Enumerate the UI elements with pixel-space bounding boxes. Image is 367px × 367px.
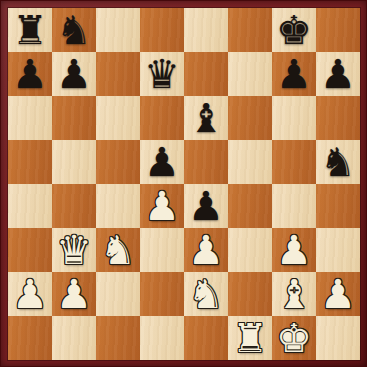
square-h5[interactable]: ♞	[316, 140, 360, 184]
piece-black-queen: ♛	[144, 52, 180, 96]
square-c3[interactable]: ♞	[96, 228, 140, 272]
piece-white-pawn: ♟	[276, 228, 312, 272]
square-d2[interactable]	[140, 272, 184, 316]
square-g7[interactable]: ♟	[272, 52, 316, 96]
square-h2[interactable]: ♟	[316, 272, 360, 316]
square-g6[interactable]	[272, 96, 316, 140]
piece-white-queen: ♛	[56, 228, 92, 272]
square-f3[interactable]	[228, 228, 272, 272]
square-f1[interactable]: ♜	[228, 316, 272, 360]
piece-black-knight: ♞	[56, 8, 92, 52]
piece-white-knight: ♞	[100, 228, 136, 272]
square-e7[interactable]	[184, 52, 228, 96]
piece-black-pawn: ♟	[320, 52, 356, 96]
square-e8[interactable]	[184, 8, 228, 52]
square-f2[interactable]	[228, 272, 272, 316]
piece-black-king: ♚	[276, 8, 312, 52]
square-b7[interactable]: ♟	[52, 52, 96, 96]
square-b8[interactable]: ♞	[52, 8, 96, 52]
square-h6[interactable]	[316, 96, 360, 140]
piece-black-bishop: ♝	[188, 96, 224, 140]
square-h4[interactable]	[316, 184, 360, 228]
square-a4[interactable]	[8, 184, 52, 228]
square-a8[interactable]: ♜	[8, 8, 52, 52]
square-h1[interactable]	[316, 316, 360, 360]
chess-app-window: ♜♞♚♟♟♛♟♟♝♟♞♟♟♛♞♟♟♟♟♞♝♟♜♚	[0, 0, 367, 367]
square-c6[interactable]	[96, 96, 140, 140]
square-a2[interactable]: ♟	[8, 272, 52, 316]
square-g2[interactable]: ♝	[272, 272, 316, 316]
square-h8[interactable]	[316, 8, 360, 52]
piece-black-rook: ♜	[12, 8, 48, 52]
piece-black-pawn: ♟	[276, 52, 312, 96]
square-f5[interactable]	[228, 140, 272, 184]
square-g3[interactable]: ♟	[272, 228, 316, 272]
square-h3[interactable]	[316, 228, 360, 272]
square-a7[interactable]: ♟	[8, 52, 52, 96]
square-c2[interactable]	[96, 272, 140, 316]
square-c1[interactable]	[96, 316, 140, 360]
piece-white-pawn: ♟	[12, 272, 48, 316]
square-b4[interactable]	[52, 184, 96, 228]
square-e5[interactable]	[184, 140, 228, 184]
piece-black-pawn: ♟	[56, 52, 92, 96]
piece-white-pawn: ♟	[56, 272, 92, 316]
square-c8[interactable]	[96, 8, 140, 52]
piece-black-pawn: ♟	[144, 140, 180, 184]
square-d1[interactable]	[140, 316, 184, 360]
square-c4[interactable]	[96, 184, 140, 228]
square-b3[interactable]: ♛	[52, 228, 96, 272]
square-d4[interactable]: ♟	[140, 184, 184, 228]
chess-board: ♜♞♚♟♟♛♟♟♝♟♞♟♟♛♞♟♟♟♟♞♝♟♜♚	[8, 8, 360, 360]
square-b5[interactable]	[52, 140, 96, 184]
piece-black-knight: ♞	[320, 140, 356, 184]
square-c5[interactable]	[96, 140, 140, 184]
square-b1[interactable]	[52, 316, 96, 360]
piece-white-pawn: ♟	[320, 272, 356, 316]
square-f7[interactable]	[228, 52, 272, 96]
square-d6[interactable]	[140, 96, 184, 140]
square-g8[interactable]: ♚	[272, 8, 316, 52]
piece-black-pawn: ♟	[188, 184, 224, 228]
piece-white-knight: ♞	[188, 272, 224, 316]
square-g1[interactable]: ♚	[272, 316, 316, 360]
square-f6[interactable]	[228, 96, 272, 140]
square-e2[interactable]: ♞	[184, 272, 228, 316]
square-b2[interactable]: ♟	[52, 272, 96, 316]
piece-white-pawn: ♟	[188, 228, 224, 272]
piece-white-rook: ♜	[232, 316, 268, 360]
piece-white-bishop: ♝	[276, 272, 312, 316]
square-f8[interactable]	[228, 8, 272, 52]
square-e1[interactable]	[184, 316, 228, 360]
square-g5[interactable]	[272, 140, 316, 184]
square-g4[interactable]	[272, 184, 316, 228]
square-d8[interactable]	[140, 8, 184, 52]
square-f4[interactable]	[228, 184, 272, 228]
square-d5[interactable]: ♟	[140, 140, 184, 184]
square-h7[interactable]: ♟	[316, 52, 360, 96]
square-e6[interactable]: ♝	[184, 96, 228, 140]
square-e4[interactable]: ♟	[184, 184, 228, 228]
piece-white-king: ♚	[276, 316, 312, 360]
square-a3[interactable]	[8, 228, 52, 272]
square-e3[interactable]: ♟	[184, 228, 228, 272]
square-c7[interactable]	[96, 52, 140, 96]
square-a1[interactable]	[8, 316, 52, 360]
square-a5[interactable]	[8, 140, 52, 184]
piece-black-pawn: ♟	[12, 52, 48, 96]
square-b6[interactable]	[52, 96, 96, 140]
square-d7[interactable]: ♛	[140, 52, 184, 96]
square-a6[interactable]	[8, 96, 52, 140]
piece-white-pawn: ♟	[144, 184, 180, 228]
square-d3[interactable]	[140, 228, 184, 272]
